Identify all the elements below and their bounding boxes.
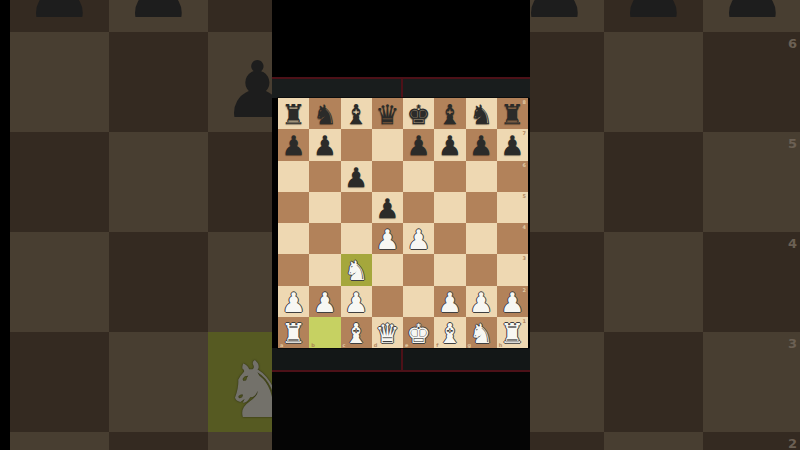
video-strip: ♜♞♝♛♚♝♞♜8♟♟♟♟♟♟7♟6♟5♟♟4♞3♟♟♟♟♟♟2♜ab♝c♛d♚… [272, 0, 530, 450]
chessboard: ♜♞♝♛♚♝♞♜8♟♟♟♟♟♟7♟6♟5♟♟4♞3♟♟♟♟♟♟2♜ab♝c♛d♚… [278, 98, 528, 348]
board-square-d2[interactable] [372, 286, 403, 317]
white-pawn-b2[interactable]: ♟ [313, 289, 337, 316]
board-square-b8[interactable]: ♞ [309, 98, 340, 129]
file-label-a: a [280, 342, 283, 348]
background-square-g6 [604, 32, 703, 132]
board-square-c7[interactable] [341, 129, 372, 160]
background-square-b5 [109, 132, 208, 232]
black-knight-b8[interactable]: ♞ [313, 101, 337, 128]
board-square-g6[interactable] [466, 161, 497, 192]
black-pawn-d5[interactable]: ♟ [375, 195, 399, 222]
black-pawn-a7-bg: ♟ [25, 0, 95, 29]
background-square-g3 [604, 332, 703, 432]
board-square-c8[interactable]: ♝ [341, 98, 372, 129]
black-pawn-f7[interactable]: ♟ [438, 132, 462, 159]
board-square-c1[interactable]: ♝c [341, 317, 372, 348]
rank-label-6: 6 [523, 162, 526, 168]
board-square-e5[interactable] [403, 192, 434, 223]
white-queen-d1[interactable]: ♛ [375, 320, 399, 347]
background-square-h3: 3 [703, 332, 800, 432]
board-square-g1[interactable]: ♞g [466, 317, 497, 348]
background-square-a4 [10, 232, 109, 332]
board-square-e7[interactable]: ♟ [403, 129, 434, 160]
board-square-e3[interactable] [403, 254, 434, 285]
white-knight-g1[interactable]: ♞ [469, 320, 493, 347]
board-square-d6[interactable] [372, 161, 403, 192]
rank-label-5: 5 [523, 193, 526, 199]
board-square-g4[interactable] [466, 223, 497, 254]
board-square-f2[interactable]: ♟ [434, 286, 465, 317]
board-square-f1[interactable]: ♝f [434, 317, 465, 348]
board-square-b2[interactable]: ♟ [309, 286, 340, 317]
background-square-a6 [10, 32, 109, 132]
rank-label-4: 4 [523, 224, 526, 230]
board-square-c5[interactable] [341, 192, 372, 223]
background-square-h7: ♟7 [703, 0, 800, 32]
board-square-g3[interactable] [466, 254, 497, 285]
board-square-b3[interactable] [309, 254, 340, 285]
board-square-a2[interactable]: ♟ [278, 286, 309, 317]
overlay-vline-bottom [401, 348, 403, 372]
board-square-c6[interactable]: ♟ [341, 161, 372, 192]
rank-label-2: 2 [523, 287, 526, 293]
rank-label-8: 8 [523, 99, 526, 105]
background-square-a2: ♟ [10, 432, 109, 450]
board-square-h2[interactable]: ♟2 [497, 286, 528, 317]
background-square-b6 [109, 32, 208, 132]
black-rook-h8[interactable]: ♜ [500, 101, 524, 128]
board-square-d8[interactable]: ♛ [372, 98, 403, 129]
background-rank-label-3: 3 [788, 336, 797, 351]
board-square-d5[interactable]: ♟ [372, 192, 403, 223]
black-bishop-f8[interactable]: ♝ [438, 101, 462, 128]
screenshot-root: ♜♞♝♛♚♝♞♜8♟♟♟♟♟♟7♟6♟5♟♟4♞3♟♟♟♟♟♟2♜♝♛♚♝♞♜1… [0, 0, 800, 450]
file-label-c: c [343, 342, 346, 348]
board-square-a6[interactable] [278, 161, 309, 192]
background-square-h4: 4 [703, 232, 800, 332]
board-square-f8[interactable]: ♝ [434, 98, 465, 129]
background-square-a3 [10, 332, 109, 432]
board-square-e4[interactable]: ♟ [403, 223, 434, 254]
black-pawn-f7-bg: ♟ [520, 0, 590, 29]
white-pawn-a2[interactable]: ♟ [282, 289, 306, 316]
file-label-h: h [499, 342, 503, 348]
board-square-d1[interactable]: ♛d [372, 317, 403, 348]
background-square-b7: ♟ [109, 0, 208, 32]
board-square-h1[interactable]: ♜1h [497, 317, 528, 348]
background-square-g7: ♟ [604, 0, 703, 32]
board-square-b1[interactable]: b [309, 317, 340, 348]
background-square-g5 [604, 132, 703, 232]
rank-label-7: 7 [523, 130, 526, 136]
black-pawn-h7-bg: ♟ [718, 0, 788, 29]
board-square-e2[interactable] [403, 286, 434, 317]
file-label-f: f [436, 342, 438, 348]
board-square-e6[interactable] [403, 161, 434, 192]
file-label-g: g [468, 342, 472, 348]
white-rook-a1[interactable]: ♜ [282, 320, 306, 347]
board-square-e1[interactable]: ♚e [403, 317, 434, 348]
white-rook-h1[interactable]: ♜ [500, 320, 524, 347]
board-square-a4[interactable] [278, 223, 309, 254]
board-square-f4[interactable] [434, 223, 465, 254]
board-square-f3[interactable] [434, 254, 465, 285]
black-rook-a8[interactable]: ♜ [282, 101, 306, 128]
board-square-c3[interactable]: ♞ [341, 254, 372, 285]
board-square-a7[interactable]: ♟ [278, 129, 309, 160]
file-label-d: d [374, 342, 378, 348]
white-pawn-h2[interactable]: ♟ [500, 289, 524, 316]
black-pawn-e7[interactable]: ♟ [407, 132, 431, 159]
board-square-g2[interactable]: ♟ [466, 286, 497, 317]
board-square-h8[interactable]: ♜8 [497, 98, 528, 129]
black-pawn-b7-bg: ♟ [124, 0, 194, 29]
file-label-b: b [311, 342, 315, 348]
white-pawn-g2[interactable]: ♟ [469, 289, 493, 316]
overlay-vline-top [401, 77, 403, 100]
board-square-a8[interactable]: ♜ [278, 98, 309, 129]
board-square-b6[interactable] [309, 161, 340, 192]
background-rank-label-4: 4 [788, 236, 797, 251]
board-square-c2[interactable]: ♟ [341, 286, 372, 317]
background-square-h6: 6 [703, 32, 800, 132]
black-pawn-g7[interactable]: ♟ [469, 132, 493, 159]
background-square-g4 [604, 232, 703, 332]
file-label-e: e [405, 342, 408, 348]
board-square-a1[interactable]: ♜a [278, 317, 309, 348]
letterbox-bottom-area [272, 372, 530, 450]
white-pawn-c2[interactable]: ♟ [344, 289, 368, 316]
background-rank-label-2: 2 [788, 436, 797, 450]
board-square-c4[interactable] [341, 223, 372, 254]
white-knight-c3[interactable]: ♞ [344, 257, 368, 284]
board-square-b5[interactable] [309, 192, 340, 223]
board-square-e8[interactable]: ♚ [403, 98, 434, 129]
black-pawn-b7[interactable]: ♟ [313, 132, 337, 159]
background-square-h5: 5 [703, 132, 800, 232]
white-king-e1[interactable]: ♚ [407, 320, 431, 347]
black-pawn-g7-bg: ♟ [619, 0, 689, 29]
white-bishop-c1[interactable]: ♝ [344, 320, 368, 347]
board-square-a5[interactable] [278, 192, 309, 223]
board-square-f6[interactable] [434, 161, 465, 192]
black-queen-d8[interactable]: ♛ [375, 101, 399, 128]
background-rank-label-6: 6 [788, 36, 797, 51]
background-rank-label-5: 5 [788, 136, 797, 151]
board-square-g7[interactable]: ♟ [466, 129, 497, 160]
background-square-b4 [109, 232, 208, 332]
board-square-d4[interactable]: ♟ [372, 223, 403, 254]
black-king-e8[interactable]: ♚ [407, 101, 431, 128]
board-square-h7[interactable]: ♟7 [497, 129, 528, 160]
board-square-h3[interactable]: 3 [497, 254, 528, 285]
board-square-d7[interactable] [372, 129, 403, 160]
white-pawn-f2[interactable]: ♟ [438, 289, 462, 316]
black-pawn-h7[interactable]: ♟ [500, 132, 524, 159]
black-pawn-a7[interactable]: ♟ [282, 132, 306, 159]
background-square-h2: ♟2 [703, 432, 800, 450]
board-square-b7[interactable]: ♟ [309, 129, 340, 160]
rank-label-3: 3 [523, 255, 526, 261]
background-square-a5 [10, 132, 109, 232]
board-square-f7[interactable]: ♟ [434, 129, 465, 160]
background-square-g2: ♟ [604, 432, 703, 450]
rank-label-1: 1 [523, 318, 526, 324]
white-pawn-d4[interactable]: ♟ [375, 226, 399, 253]
background-square-b3 [109, 332, 208, 432]
board-square-h6[interactable]: 6 [497, 161, 528, 192]
board-square-d3[interactable] [372, 254, 403, 285]
board-square-g5[interactable] [466, 192, 497, 223]
board-square-b4[interactable] [309, 223, 340, 254]
black-pawn-c6[interactable]: ♟ [344, 164, 368, 191]
white-bishop-f1[interactable]: ♝ [438, 320, 462, 347]
board-square-a3[interactable] [278, 254, 309, 285]
background-square-a7: ♟ [10, 0, 109, 32]
background-square-b2: ♟ [109, 432, 208, 450]
black-bishop-c8[interactable]: ♝ [344, 101, 368, 128]
board-square-f5[interactable] [434, 192, 465, 223]
black-knight-g8[interactable]: ♞ [469, 101, 493, 128]
board-square-h4[interactable]: 4 [497, 223, 528, 254]
white-pawn-e4[interactable]: ♟ [407, 226, 431, 253]
board-square-h5[interactable]: 5 [497, 192, 528, 223]
board-square-g8[interactable]: ♞ [466, 98, 497, 129]
